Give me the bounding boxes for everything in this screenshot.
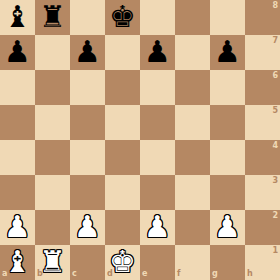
square-h4[interactable]: 4: [245, 140, 280, 175]
square-f6[interactable]: [175, 70, 210, 105]
square-h1[interactable]: 1h: [245, 245, 280, 280]
square-h7[interactable]: 7: [245, 35, 280, 70]
square-d4[interactable]: [105, 140, 140, 175]
square-f4[interactable]: [175, 140, 210, 175]
rank-label-1: 1: [272, 247, 278, 255]
white-king-d1[interactable]: ♚: [109, 244, 136, 279]
rank-label-6: 6: [272, 72, 278, 80]
square-b4[interactable]: [35, 140, 70, 175]
square-e1[interactable]: e: [140, 245, 175, 280]
square-e8[interactable]: [140, 0, 175, 35]
square-b1[interactable]: ♜b: [35, 245, 70, 280]
square-c6[interactable]: [70, 70, 105, 105]
square-h6[interactable]: 6: [245, 70, 280, 105]
square-f7[interactable]: [175, 35, 210, 70]
square-d6[interactable]: [105, 70, 140, 105]
square-c2[interactable]: ♟: [70, 210, 105, 245]
file-label-a: a: [2, 270, 7, 278]
square-e3[interactable]: [140, 175, 175, 210]
file-label-h: h: [247, 270, 253, 278]
square-g4[interactable]: [210, 140, 245, 175]
square-g5[interactable]: [210, 105, 245, 140]
square-d1[interactable]: ♚d: [105, 245, 140, 280]
rank-label-2: 2: [272, 212, 278, 220]
file-label-f: f: [177, 270, 180, 278]
square-a4[interactable]: [0, 140, 35, 175]
square-d5[interactable]: [105, 105, 140, 140]
square-g2[interactable]: ♟: [210, 210, 245, 245]
square-f3[interactable]: [175, 175, 210, 210]
rank-label-4: 4: [272, 142, 278, 150]
square-g8[interactable]: [210, 0, 245, 35]
square-d8[interactable]: ♚: [105, 0, 140, 35]
square-c3[interactable]: [70, 175, 105, 210]
square-c1[interactable]: c: [70, 245, 105, 280]
white-pawn-g2[interactable]: ♟: [214, 209, 241, 244]
square-b6[interactable]: [35, 70, 70, 105]
rank-label-3: 3: [272, 177, 278, 185]
black-rook-b8[interactable]: ♜: [39, 0, 66, 34]
square-g1[interactable]: g: [210, 245, 245, 280]
square-c5[interactable]: [70, 105, 105, 140]
square-h8[interactable]: 8: [245, 0, 280, 35]
square-c7[interactable]: ♟: [70, 35, 105, 70]
square-h3[interactable]: 3: [245, 175, 280, 210]
square-c8[interactable]: [70, 0, 105, 35]
square-b3[interactable]: [35, 175, 70, 210]
black-king-d8[interactable]: ♚: [109, 0, 136, 34]
black-pawn-a7[interactable]: ♟: [4, 34, 31, 69]
square-a2[interactable]: ♟: [0, 210, 35, 245]
square-h2[interactable]: 2: [245, 210, 280, 245]
square-e6[interactable]: [140, 70, 175, 105]
square-a5[interactable]: [0, 105, 35, 140]
square-f8[interactable]: [175, 0, 210, 35]
white-rook-b1[interactable]: ♜: [39, 244, 66, 279]
black-pawn-c7[interactable]: ♟: [74, 34, 101, 69]
rank-label-7: 7: [272, 37, 278, 45]
square-h5[interactable]: 5: [245, 105, 280, 140]
file-label-c: c: [72, 270, 77, 278]
square-b5[interactable]: [35, 105, 70, 140]
square-g3[interactable]: [210, 175, 245, 210]
black-bishop-a8[interactable]: ♝: [4, 0, 31, 34]
square-c4[interactable]: [70, 140, 105, 175]
square-e5[interactable]: [140, 105, 175, 140]
square-f5[interactable]: [175, 105, 210, 140]
square-b2[interactable]: [35, 210, 70, 245]
square-e4[interactable]: [140, 140, 175, 175]
file-label-b: b: [37, 270, 43, 278]
white-pawn-c2[interactable]: ♟: [74, 209, 101, 244]
square-d2[interactable]: [105, 210, 140, 245]
black-pawn-e7[interactable]: ♟: [144, 34, 171, 69]
white-pawn-e2[interactable]: ♟: [144, 209, 171, 244]
file-label-g: g: [212, 270, 218, 278]
white-pawn-a2[interactable]: ♟: [4, 209, 31, 244]
rank-label-8: 8: [272, 2, 278, 10]
black-pawn-g7[interactable]: ♟: [214, 34, 241, 69]
square-b8[interactable]: ♜: [35, 0, 70, 35]
rank-label-5: 5: [272, 107, 278, 115]
square-d3[interactable]: [105, 175, 140, 210]
square-a7[interactable]: ♟: [0, 35, 35, 70]
square-g7[interactable]: ♟: [210, 35, 245, 70]
square-b7[interactable]: [35, 35, 70, 70]
chess-board: ♝♜♚8♟♟♟♟76543♟♟♟♟2♝a♜bc♚defg1h: [0, 0, 280, 280]
square-f2[interactable]: [175, 210, 210, 245]
white-bishop-a1[interactable]: ♝: [4, 244, 31, 279]
square-e7[interactable]: ♟: [140, 35, 175, 70]
square-g6[interactable]: [210, 70, 245, 105]
square-e2[interactable]: ♟: [140, 210, 175, 245]
square-a1[interactable]: ♝a: [0, 245, 35, 280]
file-label-e: e: [142, 270, 147, 278]
square-a8[interactable]: ♝: [0, 0, 35, 35]
square-f1[interactable]: f: [175, 245, 210, 280]
square-a6[interactable]: [0, 70, 35, 105]
file-label-d: d: [107, 270, 113, 278]
square-a3[interactable]: [0, 175, 35, 210]
square-d7[interactable]: [105, 35, 140, 70]
